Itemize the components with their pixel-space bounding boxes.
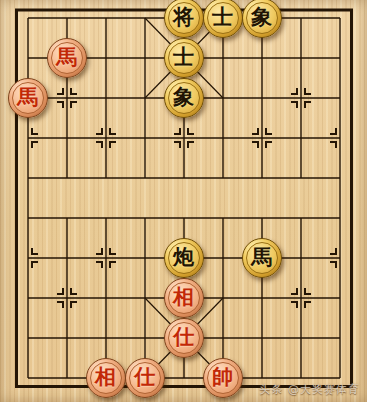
piece-character: 馬	[17, 87, 38, 108]
piece-face: 仕	[168, 322, 200, 354]
piece-red-elephant[interactable]: 相	[86, 358, 126, 398]
piece-red-horse[interactable]: 馬	[47, 38, 87, 78]
piece-face: 象	[246, 2, 278, 34]
piece-red-general[interactable]: 帥	[203, 358, 243, 398]
piece-grid: 将士象馬士馬象炮馬相仕相仕帥	[8, 0, 359, 398]
piece-character: 将	[173, 7, 194, 28]
xiangqi-app: 将士象馬士馬象炮馬相仕相仕帥 头条 @大奖赛体育	[0, 0, 367, 402]
piece-face: 相	[90, 362, 122, 394]
piece-red-advisor[interactable]: 仕	[164, 318, 204, 358]
piece-face: 士	[168, 42, 200, 74]
piece-character: 仕	[134, 367, 155, 388]
piece-black-advisor[interactable]: 士	[203, 0, 243, 38]
piece-black-advisor[interactable]: 士	[164, 38, 204, 78]
piece-face: 象	[168, 82, 200, 114]
piece-black-elephant[interactable]: 象	[164, 78, 204, 118]
piece-character: 相	[173, 287, 194, 308]
piece-character: 象	[173, 87, 194, 108]
piece-character: 仕	[173, 327, 194, 348]
piece-face: 将	[168, 2, 200, 34]
piece-character: 馬	[251, 247, 272, 268]
piece-face: 炮	[168, 242, 200, 274]
piece-face: 帥	[207, 362, 239, 394]
piece-face: 士	[207, 2, 239, 34]
piece-black-general[interactable]: 将	[164, 0, 204, 38]
piece-character: 炮	[173, 247, 194, 268]
piece-face: 仕	[129, 362, 161, 394]
piece-black-horse[interactable]: 馬	[242, 238, 282, 278]
piece-character: 帥	[212, 367, 233, 388]
piece-black-elephant[interactable]: 象	[242, 0, 282, 38]
piece-red-horse[interactable]: 馬	[8, 78, 48, 118]
piece-character: 相	[95, 367, 116, 388]
piece-face: 馬	[51, 42, 83, 74]
piece-character: 士	[173, 47, 194, 68]
piece-face: 馬	[246, 242, 278, 274]
piece-face: 馬	[12, 82, 44, 114]
piece-red-advisor[interactable]: 仕	[125, 358, 165, 398]
piece-character: 象	[251, 7, 272, 28]
piece-face: 相	[168, 282, 200, 314]
piece-black-cannon[interactable]: 炮	[164, 238, 204, 278]
watermark: 头条 @大奖赛体育	[260, 382, 361, 397]
piece-character: 馬	[56, 47, 77, 68]
piece-red-elephant[interactable]: 相	[164, 278, 204, 318]
piece-character: 士	[212, 7, 233, 28]
